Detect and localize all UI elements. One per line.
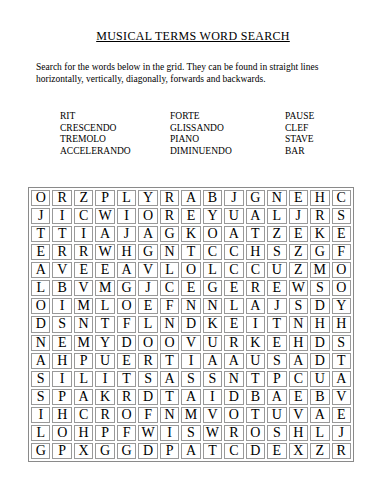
grid-cell: M <box>74 298 93 314</box>
grid-cell: N <box>267 190 286 206</box>
grid-cell: E <box>181 208 200 224</box>
grid-cell: C <box>246 262 265 278</box>
grid-cell: T <box>246 371 265 387</box>
grid-cell: E <box>138 298 157 314</box>
grid-cell: E <box>289 190 308 206</box>
grid-cell: O <box>224 407 243 423</box>
grid-cell: A <box>310 407 329 423</box>
grid-cell: B <box>52 280 71 296</box>
grid-cell: L <box>31 280 50 296</box>
grid-cell: S <box>181 425 200 441</box>
word-item: RIT <box>60 111 131 123</box>
grid-cell: J <box>138 280 157 296</box>
grid-cell: H <box>52 407 71 423</box>
grid-cell: E <box>95 262 114 278</box>
grid-cell: J <box>31 208 50 224</box>
grid-cell: V <box>332 389 351 405</box>
grid-cell: N <box>224 371 243 387</box>
grid-cell: B <box>203 190 222 206</box>
grid-cell: T <box>267 316 286 332</box>
grid-cell: Y <box>332 298 351 314</box>
grid-cell: F <box>117 316 136 332</box>
grid-cell: K <box>181 226 200 242</box>
grid-cell: E <box>52 335 71 351</box>
grid-cell: A <box>267 389 286 405</box>
grid-cell: U <box>95 353 114 369</box>
grid-cell: D <box>310 298 329 314</box>
grid-cell: H <box>52 353 71 369</box>
grid-cell: R <box>310 208 329 224</box>
grid-cell: A <box>31 353 50 369</box>
grid-cell: J <box>332 425 351 441</box>
grid-cell: P <box>95 190 114 206</box>
grid-cell: K <box>203 316 222 332</box>
grid-cell: L <box>138 316 157 332</box>
grid-cell: Y <box>95 335 114 351</box>
grid-cell: T <box>332 353 351 369</box>
grid-cell: N <box>31 335 50 351</box>
grid-cell: E <box>332 226 351 242</box>
grid-cell: K <box>246 335 265 351</box>
grid-cell: L <box>95 298 114 314</box>
grid-cell: D <box>310 335 329 351</box>
grid-cell: D <box>181 316 200 332</box>
grid-cell: C <box>224 244 243 260</box>
grid-cell: G <box>117 280 136 296</box>
grid-cell: V <box>74 280 93 296</box>
word-item: FORTE <box>170 111 232 123</box>
word-item: BAR <box>285 146 314 158</box>
grid-cell: G <box>117 443 136 459</box>
grid-cell: K <box>95 389 114 405</box>
grid-cell: S <box>332 335 351 351</box>
grid-cell: E <box>289 226 308 242</box>
grid-cell: F <box>117 425 136 441</box>
grid-cell: M <box>181 407 200 423</box>
grid-cell: O <box>31 190 50 206</box>
grid-cell: L <box>310 425 329 441</box>
grid-cell: J <box>117 226 136 242</box>
grid-cell: A <box>289 353 308 369</box>
grid-cell: G <box>246 190 265 206</box>
grid-cell: U <box>310 371 329 387</box>
grid-cell: C <box>74 407 93 423</box>
grid-cell: V <box>52 262 71 278</box>
grid-cell: L <box>74 371 93 387</box>
grid-cell: A <box>246 298 265 314</box>
grid-cell: R <box>74 244 93 260</box>
grid-cell: N <box>160 407 179 423</box>
grid-cell: R <box>138 353 157 369</box>
grid-cell: E <box>289 389 308 405</box>
grid-cell: C <box>160 280 179 296</box>
grid-cell: A <box>224 226 243 242</box>
grid-cell: G <box>310 244 329 260</box>
grid-cell: H <box>117 244 136 260</box>
grid-cell: P <box>267 371 286 387</box>
grid-cell: E <box>181 280 200 296</box>
grid-cell: R <box>52 190 71 206</box>
grid-cell: S <box>289 298 308 314</box>
grid-cell: R <box>224 335 243 351</box>
grid-cell: Z <box>267 226 286 242</box>
grid-cell: P <box>52 389 71 405</box>
grid-cell: T <box>31 226 50 242</box>
grid-cell: P <box>95 425 114 441</box>
grid-cell: I <box>160 425 179 441</box>
word-item: DIMINUENDO <box>170 146 232 158</box>
worksheet-page: MUSICAL TERMS WORD SEARCH Search for the… <box>0 0 386 500</box>
word-list-column-2: FORTEGLISSANDOPIANODIMINUENDO <box>170 111 232 157</box>
grid-cell: C <box>203 244 222 260</box>
grid-cell: O <box>138 335 157 351</box>
word-item: CRESCENDO <box>60 123 131 135</box>
grid-cell: L <box>160 262 179 278</box>
grid-cell: A <box>181 190 200 206</box>
grid-cell: A <box>95 226 114 242</box>
word-item: GLISSANDO <box>170 123 232 135</box>
grid-cell: I <box>52 298 71 314</box>
grid-cell: M <box>74 335 93 351</box>
grid-cell: I <box>74 226 93 242</box>
grid-cell: H <box>289 335 308 351</box>
grid-cell: Y <box>203 208 222 224</box>
word-list-column-1: RITCRESCENDOTREMOLOACCELERANDO <box>60 111 131 157</box>
grid-cell: S <box>181 371 200 387</box>
grid-cell: N <box>160 244 179 260</box>
grid-cell: T <box>52 226 71 242</box>
grid-cell: R <box>95 407 114 423</box>
grid-cell: D <box>138 443 157 459</box>
grid-cell: S <box>31 371 50 387</box>
grid-cell: A <box>224 353 243 369</box>
grid-cell: I <box>52 371 71 387</box>
grid-cell: O <box>203 226 222 242</box>
grid-cell: G <box>160 226 179 242</box>
grid-cell: N <box>203 298 222 314</box>
instructions-text: Search for the words below in the grid. … <box>36 61 356 85</box>
grid-cell: R <box>160 190 179 206</box>
grid-cell: H <box>74 425 93 441</box>
grid-cell: D <box>31 316 50 332</box>
grid-cell: Y <box>138 190 157 206</box>
grid-cell: J <box>224 190 243 206</box>
grid-cell: W <box>95 208 114 224</box>
grid-cell: A <box>160 371 179 387</box>
grid-cell: I <box>31 407 50 423</box>
grid-cell: O <box>332 262 351 278</box>
grid-cell: D <box>138 389 157 405</box>
grid-cell: O <box>117 298 136 314</box>
grid-cell: W <box>203 425 222 441</box>
grid-cell: P <box>74 353 93 369</box>
grid-cell: R <box>52 244 71 260</box>
grid-cell: U <box>267 262 286 278</box>
grid-cell: L <box>31 425 50 441</box>
grid-cell: O <box>52 425 71 441</box>
grid-cell: P <box>160 443 179 459</box>
grid-cell: O <box>332 280 351 296</box>
grid-cell: S <box>52 316 71 332</box>
grid-cell: A <box>138 226 157 242</box>
grid-cell: O <box>138 208 157 224</box>
word-list-column-3: PAUSECLEFSTAVEBAR <box>285 111 314 157</box>
grid-cell: L <box>117 190 136 206</box>
grid-cell: K <box>310 226 329 242</box>
grid-cell: V <box>289 407 308 423</box>
grid-cell: F <box>138 407 157 423</box>
grid-cell: I <box>181 353 200 369</box>
grid-cell: G <box>95 443 114 459</box>
grid-cell: T <box>95 316 114 332</box>
grid-cell: Z <box>289 262 308 278</box>
grid-cell: U <box>246 353 265 369</box>
grid-cell: Z <box>74 190 93 206</box>
grid-cell: C <box>224 262 243 278</box>
grid-cell: S <box>332 208 351 224</box>
word-item: ACCELERANDO <box>60 146 131 158</box>
grid-cell: R <box>224 425 243 441</box>
grid-cell: O <box>246 425 265 441</box>
word-search-grid: ORZPLYRABJGNEHCJICWIOREYUALJRSTTIAJAGKOA… <box>28 187 354 462</box>
grid-cell: R <box>160 208 179 224</box>
grid-cell: E <box>267 335 286 351</box>
grid-cell: E <box>74 262 93 278</box>
grid-cell: R <box>117 389 136 405</box>
word-item: CLEF <box>285 123 314 135</box>
grid-cell: X <box>289 443 308 459</box>
grid-cell: R <box>332 443 351 459</box>
grid-cell: A <box>117 262 136 278</box>
grid-cell: S <box>138 371 157 387</box>
grid-cell: U <box>224 208 243 224</box>
grid-cell: F <box>332 244 351 260</box>
grid-cell: I <box>117 208 136 224</box>
grid-cell: E <box>332 407 351 423</box>
grid-cell: H <box>332 316 351 332</box>
word-item: PAUSE <box>285 111 314 123</box>
grid-cell: S <box>267 353 286 369</box>
grid-cell: T <box>160 389 179 405</box>
grid-cell: U <box>203 335 222 351</box>
word-item: STAVE <box>285 134 314 146</box>
grid-cell: I <box>203 389 222 405</box>
grid-cell: H <box>310 316 329 332</box>
word-item: PIANO <box>170 134 232 146</box>
grid-cell: C <box>332 190 351 206</box>
grid-cell: C <box>224 443 243 459</box>
grid-cell: M <box>95 280 114 296</box>
grid-cell: H <box>310 190 329 206</box>
grid-cell: D <box>246 443 265 459</box>
grid-cell: E <box>267 280 286 296</box>
grid-cell: S <box>310 280 329 296</box>
grid-cell: E <box>224 316 243 332</box>
grid-cell: G <box>31 443 50 459</box>
grid-cell: G <box>203 280 222 296</box>
grid-cell: W <box>138 425 157 441</box>
grid-cell: B <box>310 389 329 405</box>
grid-cell: G <box>138 244 157 260</box>
grid-cell: O <box>117 407 136 423</box>
grid-cell: X <box>74 443 93 459</box>
grid-cell: B <box>246 389 265 405</box>
grid-cell: T <box>181 244 200 260</box>
grid-cell: F <box>160 298 179 314</box>
grid-cell: T <box>246 226 265 242</box>
grid-cell: O <box>31 298 50 314</box>
grid-cell: V <box>181 335 200 351</box>
grid-cell: S <box>267 244 286 260</box>
grid-cell: N <box>181 298 200 314</box>
grid-cell: A <box>203 353 222 369</box>
grid-cell: I <box>246 316 265 332</box>
grid-cell: I <box>52 208 71 224</box>
grid-cell: N <box>160 316 179 332</box>
grid-cell: D <box>117 335 136 351</box>
grid-cell: D <box>310 353 329 369</box>
grid-cell: C <box>289 371 308 387</box>
grid-cell: H <box>246 244 265 260</box>
word-item: TREMOLO <box>60 134 131 146</box>
grid-cell: A <box>181 443 200 459</box>
grid-cell: T <box>160 353 179 369</box>
grid-cell: E <box>117 353 136 369</box>
grid-cell: I <box>95 371 114 387</box>
grid-cell: T <box>203 443 222 459</box>
grid-cell: Z <box>310 443 329 459</box>
grid-cell: O <box>160 335 179 351</box>
grid-cell: L <box>224 298 243 314</box>
grid-cell: E <box>267 443 286 459</box>
grid-cell: T <box>246 407 265 423</box>
grid-cell: E <box>224 280 243 296</box>
grid-cell: R <box>246 280 265 296</box>
grid-cell: P <box>52 443 71 459</box>
grid-cell: C <box>74 208 93 224</box>
grid-cell: Z <box>289 244 308 260</box>
grid-cell: L <box>203 262 222 278</box>
grid-cell: S <box>267 425 286 441</box>
grid-cell: N <box>289 316 308 332</box>
grid-cell: H <box>289 425 308 441</box>
page-title: MUSICAL TERMS WORD SEARCH <box>0 29 386 44</box>
grid-cell: O <box>181 262 200 278</box>
grid-cell: V <box>203 407 222 423</box>
grid-cell: A <box>246 208 265 224</box>
grid-cell: A <box>74 389 93 405</box>
grid-cell: A <box>31 262 50 278</box>
grid-cell: T <box>117 371 136 387</box>
grid-cell: L <box>267 208 286 224</box>
grid-cell: A <box>332 371 351 387</box>
grid-cell: J <box>267 298 286 314</box>
grid-cell: S <box>203 371 222 387</box>
grid-cell: S <box>31 389 50 405</box>
grid-cell: V <box>138 262 157 278</box>
grid-cell: W <box>95 244 114 260</box>
grid-cell: J <box>289 208 308 224</box>
grid-cell: E <box>31 244 50 260</box>
grid-cell: M <box>310 262 329 278</box>
grid-cell: A <box>181 389 200 405</box>
grid-cell: N <box>74 316 93 332</box>
grid-cell: W <box>289 280 308 296</box>
grid-cell: U <box>267 407 286 423</box>
grid-cell: D <box>224 389 243 405</box>
